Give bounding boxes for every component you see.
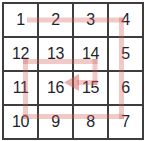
cell-r2c3: 6 <box>109 72 142 104</box>
spiral-matrix-diagram: 1 2 3 4 12 13 14 5 11 16 15 6 10 9 8 7 <box>0 0 145 141</box>
cell-r0c1: 2 <box>39 4 72 36</box>
cell-r1c2: 14 <box>74 38 107 70</box>
cell-r3c1: 9 <box>39 106 72 138</box>
cell-r3c3: 7 <box>109 106 142 138</box>
cell-r0c0: 1 <box>4 4 37 36</box>
cell-r3c0: 10 <box>4 106 37 138</box>
cell-r0c3: 4 <box>109 4 142 36</box>
cell-r2c0: 11 <box>4 72 37 104</box>
cell-r1c0: 12 <box>4 38 37 70</box>
cell-r2c1: 16 <box>39 72 72 104</box>
cell-r3c2: 8 <box>74 106 107 138</box>
cell-r0c2: 3 <box>74 4 107 36</box>
cell-r1c3: 5 <box>109 38 142 70</box>
spiral-board: 1 2 3 4 12 13 14 5 11 16 15 6 10 9 8 7 <box>2 2 144 140</box>
cell-r1c1: 13 <box>39 38 72 70</box>
cell-r2c2: 15 <box>74 72 107 104</box>
